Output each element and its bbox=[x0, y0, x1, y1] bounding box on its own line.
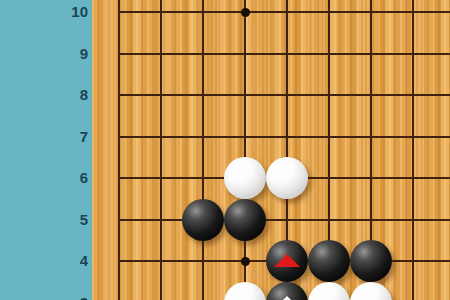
red-triangle-marker bbox=[274, 254, 300, 267]
grid-line-vertical bbox=[118, 0, 120, 300]
grid-line-horizontal bbox=[119, 11, 450, 13]
row-label-7: 7 bbox=[48, 127, 88, 147]
grid-line-horizontal bbox=[119, 94, 450, 96]
grid-line-vertical bbox=[412, 0, 414, 300]
coordinate-labels-rail: 109876543 bbox=[0, 0, 92, 300]
row-label-3: 3 bbox=[48, 293, 88, 300]
stone-black-E4[interactable] bbox=[266, 240, 308, 282]
row-label-4: 4 bbox=[48, 251, 88, 271]
stone-white-F3[interactable] bbox=[308, 282, 350, 300]
grid-line-horizontal bbox=[119, 219, 450, 221]
row-label-10: 10 bbox=[48, 2, 88, 22]
go-board[interactable] bbox=[92, 0, 450, 300]
row-label-6: 6 bbox=[48, 168, 88, 188]
grid-line-horizontal bbox=[119, 53, 450, 55]
grid-line-vertical bbox=[202, 0, 204, 300]
stone-black-G4[interactable] bbox=[350, 240, 392, 282]
white-triangle-marker bbox=[274, 296, 300, 300]
stone-black-D5[interactable] bbox=[224, 199, 266, 241]
stone-white-D3[interactable] bbox=[224, 282, 266, 300]
star-point-D10 bbox=[241, 8, 250, 17]
star-point-D4 bbox=[241, 257, 250, 266]
grid-line-horizontal bbox=[119, 136, 450, 138]
grid-line-vertical bbox=[160, 0, 162, 300]
stone-white-D6[interactable] bbox=[224, 157, 266, 199]
stone-white-E6[interactable] bbox=[266, 157, 308, 199]
go-app-screen: 109876543 bbox=[0, 0, 450, 300]
stone-black-E3[interactable] bbox=[266, 282, 308, 300]
stone-black-F4[interactable] bbox=[308, 240, 350, 282]
row-label-5: 5 bbox=[48, 210, 88, 230]
stone-black-C5[interactable] bbox=[182, 199, 224, 241]
row-label-8: 8 bbox=[48, 85, 88, 105]
grid-line-vertical bbox=[244, 0, 246, 300]
row-label-9: 9 bbox=[48, 44, 88, 64]
stone-white-G3[interactable] bbox=[350, 282, 392, 300]
